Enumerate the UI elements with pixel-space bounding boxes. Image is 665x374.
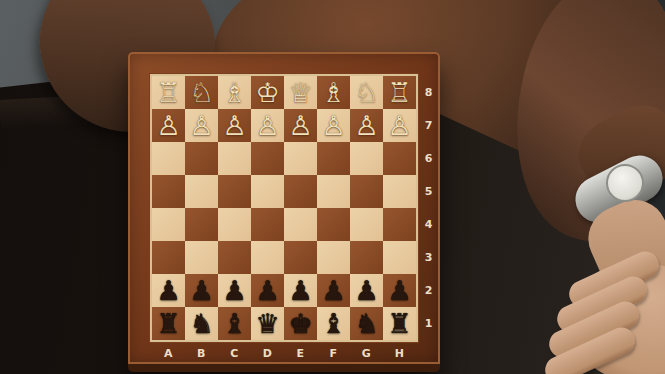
white-pawn[interactable]: ♙ <box>284 109 317 142</box>
square-f6[interactable] <box>317 142 350 175</box>
white-pawn[interactable]: ♙ <box>185 109 218 142</box>
square-h7[interactable]: ♙ <box>383 109 416 142</box>
square-e5[interactable] <box>284 175 317 208</box>
square-c5[interactable] <box>218 175 251 208</box>
square-c4[interactable] <box>218 208 251 241</box>
square-c7[interactable]: ♙ <box>218 109 251 142</box>
black-king[interactable]: ♚ <box>284 307 317 340</box>
black-pawn[interactable]: ♟ <box>152 274 185 307</box>
square-e3[interactable] <box>284 241 317 274</box>
square-d1[interactable]: ♛ <box>251 307 284 340</box>
square-a7[interactable]: ♙ <box>152 109 185 142</box>
player-hand <box>536 258 665 374</box>
square-d3[interactable] <box>251 241 284 274</box>
rank-label-7: 7 <box>421 109 436 142</box>
square-a8[interactable]: ♖ <box>152 76 185 109</box>
rank-label-8: 8 <box>421 76 436 109</box>
square-a5[interactable] <box>152 175 185 208</box>
square-e8[interactable]: ♕ <box>284 76 317 109</box>
square-f4[interactable] <box>317 208 350 241</box>
square-e7[interactable]: ♙ <box>284 109 317 142</box>
black-bishop[interactable]: ♝ <box>317 307 350 340</box>
square-e4[interactable] <box>284 208 317 241</box>
square-b2[interactable]: ♟ <box>185 274 218 307</box>
square-f1[interactable]: ♝ <box>317 307 350 340</box>
square-a6[interactable] <box>152 142 185 175</box>
black-pawn[interactable]: ♟ <box>251 274 284 307</box>
white-bishop[interactable]: ♗ <box>218 76 251 109</box>
white-pawn[interactable]: ♙ <box>218 109 251 142</box>
black-rook[interactable]: ♜ <box>152 307 185 340</box>
square-c3[interactable] <box>218 241 251 274</box>
file-label-h: H <box>383 347 416 360</box>
square-h2[interactable]: ♟ <box>383 274 416 307</box>
square-a1[interactable]: ♜ <box>152 307 185 340</box>
square-g8[interactable]: ♘ <box>350 76 383 109</box>
square-g3[interactable] <box>350 241 383 274</box>
file-label-g: G <box>350 347 383 360</box>
square-g2[interactable]: ♟ <box>350 274 383 307</box>
square-f5[interactable] <box>317 175 350 208</box>
wristwatch-face <box>606 164 644 202</box>
square-f2[interactable]: ♟ <box>317 274 350 307</box>
chessboard-grid: ♖♘♗♔♕♗♘♖♙♙♙♙♙♙♙♙♟♟♟♟♟♟♟♟♜♞♝♛♚♝♞♜ <box>152 76 416 340</box>
square-e6[interactable] <box>284 142 317 175</box>
rank-label-1: 1 <box>421 307 436 340</box>
white-pawn[interactable]: ♙ <box>350 109 383 142</box>
file-label-e: E <box>284 347 317 360</box>
white-rook[interactable]: ♖ <box>383 76 416 109</box>
square-g1[interactable]: ♞ <box>350 307 383 340</box>
square-h5[interactable] <box>383 175 416 208</box>
black-knight[interactable]: ♞ <box>185 307 218 340</box>
black-pawn[interactable]: ♟ <box>284 274 317 307</box>
square-h4[interactable] <box>383 208 416 241</box>
square-c8[interactable]: ♗ <box>218 76 251 109</box>
square-e2[interactable]: ♟ <box>284 274 317 307</box>
square-a4[interactable] <box>152 208 185 241</box>
square-d8[interactable]: ♔ <box>251 76 284 109</box>
square-h8[interactable]: ♖ <box>383 76 416 109</box>
square-c1[interactable]: ♝ <box>218 307 251 340</box>
file-label-f: F <box>317 347 350 360</box>
file-label-b: B <box>185 347 218 360</box>
black-pawn[interactable]: ♟ <box>383 274 416 307</box>
white-bishop[interactable]: ♗ <box>317 76 350 109</box>
square-b6[interactable] <box>185 142 218 175</box>
square-d7[interactable]: ♙ <box>251 109 284 142</box>
square-a3[interactable] <box>152 241 185 274</box>
white-knight[interactable]: ♘ <box>350 76 383 109</box>
square-d2[interactable]: ♟ <box>251 274 284 307</box>
rank-label-3: 3 <box>421 241 436 274</box>
rank-label-5: 5 <box>421 175 436 208</box>
square-b7[interactable]: ♙ <box>185 109 218 142</box>
white-king[interactable]: ♔ <box>251 76 284 109</box>
black-queen[interactable]: ♛ <box>251 307 284 340</box>
black-pawn[interactable]: ♟ <box>218 274 251 307</box>
square-g6[interactable] <box>350 142 383 175</box>
white-rook[interactable]: ♖ <box>152 76 185 109</box>
square-c6[interactable] <box>218 142 251 175</box>
square-g5[interactable] <box>350 175 383 208</box>
white-pawn[interactable]: ♙ <box>152 109 185 142</box>
rank-label-2: 2 <box>421 274 436 307</box>
photo-scene: ♖♘♗♔♕♗♘♖♙♙♙♙♙♙♙♙♟♟♟♟♟♟♟♟♜♞♝♛♚♝♞♜ ABCDEFG… <box>0 0 665 374</box>
square-a2[interactable]: ♟ <box>152 274 185 307</box>
black-pawn[interactable]: ♟ <box>350 274 383 307</box>
square-e1[interactable]: ♚ <box>284 307 317 340</box>
square-b1[interactable]: ♞ <box>185 307 218 340</box>
rank-label-4: 4 <box>421 208 436 241</box>
square-f7[interactable]: ♙ <box>317 109 350 142</box>
file-label-d: D <box>251 347 284 360</box>
black-pawn[interactable]: ♟ <box>185 274 218 307</box>
square-d4[interactable] <box>251 208 284 241</box>
square-b3[interactable] <box>185 241 218 274</box>
chessboard: ♖♘♗♔♕♗♘♖♙♙♙♙♙♙♙♙♟♟♟♟♟♟♟♟♜♞♝♛♚♝♞♜ ABCDEFG… <box>128 52 440 372</box>
square-f8[interactable]: ♗ <box>317 76 350 109</box>
white-pawn[interactable]: ♙ <box>317 109 350 142</box>
file-label-a: A <box>152 347 185 360</box>
white-queen[interactable]: ♕ <box>284 76 317 109</box>
white-knight[interactable]: ♘ <box>185 76 218 109</box>
file-label-c: C <box>218 347 251 360</box>
black-bishop[interactable]: ♝ <box>218 307 251 340</box>
square-h3[interactable] <box>383 241 416 274</box>
black-rook[interactable]: ♜ <box>383 307 416 340</box>
white-pawn[interactable]: ♙ <box>383 109 416 142</box>
square-d5[interactable] <box>251 175 284 208</box>
square-d6[interactable] <box>251 142 284 175</box>
square-g4[interactable] <box>350 208 383 241</box>
square-h6[interactable] <box>383 142 416 175</box>
square-h1[interactable]: ♜ <box>383 307 416 340</box>
white-pawn[interactable]: ♙ <box>251 109 284 142</box>
square-b4[interactable] <box>185 208 218 241</box>
rank-label-6: 6 <box>421 142 436 175</box>
square-f3[interactable] <box>317 241 350 274</box>
square-c2[interactable]: ♟ <box>218 274 251 307</box>
square-b8[interactable]: ♘ <box>185 76 218 109</box>
black-pawn[interactable]: ♟ <box>317 274 350 307</box>
square-g7[interactable]: ♙ <box>350 109 383 142</box>
black-knight[interactable]: ♞ <box>350 307 383 340</box>
square-b5[interactable] <box>185 175 218 208</box>
